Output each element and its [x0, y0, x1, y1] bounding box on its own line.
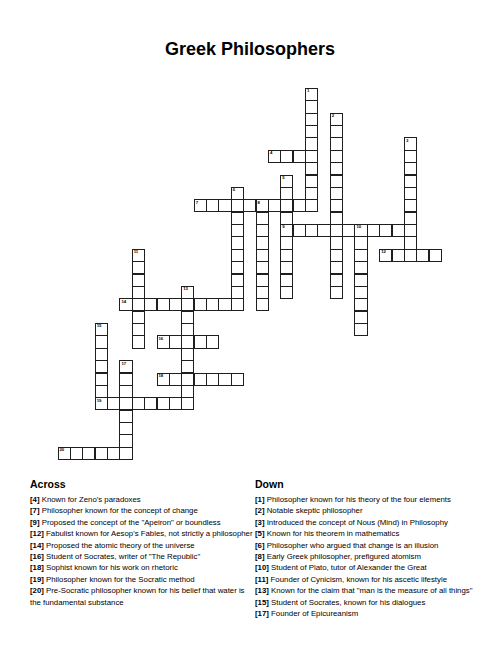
- clue-item: [11] Founder of Cynicism, known for his …: [255, 574, 483, 585]
- cell-number: 3: [406, 139, 408, 143]
- grid-cell[interactable]: [132, 274, 145, 287]
- grid-cell[interactable]: [342, 224, 355, 237]
- cell-number: 1: [307, 89, 309, 93]
- grid-cell[interactable]: [330, 125, 343, 138]
- grid-cell[interactable]: [157, 397, 170, 410]
- grid-cell[interactable]: [305, 162, 318, 175]
- grid-cell[interactable]: [181, 311, 194, 324]
- clue-number: [13]: [255, 586, 269, 595]
- grid-cell[interactable]: [305, 113, 318, 126]
- grid-cell[interactable]: [181, 373, 194, 386]
- grid-cell[interactable]: [305, 187, 318, 200]
- grid-cell[interactable]: 11: [132, 249, 145, 262]
- grid-cell[interactable]: [280, 236, 293, 249]
- grid-cell[interactable]: [280, 199, 293, 212]
- grid-cell[interactable]: [280, 274, 293, 287]
- grid-cell[interactable]: 20: [58, 447, 71, 460]
- grid-cell[interactable]: [330, 137, 343, 150]
- grid-cell[interactable]: [354, 274, 367, 287]
- grid-cell[interactable]: [132, 311, 145, 324]
- cell-number: 7: [196, 201, 198, 205]
- down-clue-list: [1] Philosopher known for his theory of …: [255, 494, 483, 619]
- clue-number: [2]: [255, 506, 265, 515]
- grid-cell[interactable]: 17: [119, 360, 132, 373]
- grid-cell[interactable]: [95, 385, 108, 398]
- grid-cell[interactable]: [95, 447, 108, 460]
- grid-cell[interactable]: [256, 236, 269, 249]
- clue-item: [1] Philosopher known for his theory of …: [255, 494, 483, 505]
- grid-cell[interactable]: [256, 274, 269, 287]
- clue-item: [6] Philosopher who argued that change i…: [255, 540, 483, 551]
- grid-cell[interactable]: [206, 335, 219, 348]
- grid-cell[interactable]: [82, 447, 95, 460]
- grid-cell[interactable]: [119, 385, 132, 398]
- grid-cell[interactable]: [169, 397, 182, 410]
- grid-cell[interactable]: [95, 360, 108, 373]
- grid-cell[interactable]: [231, 224, 244, 237]
- grid-cell[interactable]: [132, 323, 145, 336]
- grid-cell[interactable]: [231, 298, 244, 311]
- grid-cell[interactable]: [392, 249, 405, 262]
- clue-item: [5] Known for his theorem in mathematics: [255, 528, 483, 539]
- grid-cell[interactable]: 2: [330, 113, 343, 126]
- grid-cell[interactable]: 15: [95, 323, 108, 336]
- grid-cell[interactable]: [404, 224, 417, 237]
- clue-item: [9] Proposed the concept of the "Apeiron…: [30, 517, 253, 528]
- grid-cell[interactable]: [132, 335, 145, 348]
- grid-cell[interactable]: [144, 397, 157, 410]
- grid-cell[interactable]: [280, 261, 293, 274]
- grid-cell[interactable]: [157, 298, 170, 311]
- grid-cell[interactable]: [169, 373, 182, 386]
- grid-cell[interactable]: [305, 224, 318, 237]
- cell-number: 17: [121, 362, 125, 366]
- grid-cell[interactable]: [330, 187, 343, 200]
- grid-cell[interactable]: [256, 212, 269, 225]
- grid-cell[interactable]: [256, 261, 269, 274]
- grid-cell[interactable]: [194, 298, 207, 311]
- clue-number: [3]: [255, 518, 265, 527]
- grid-cell[interactable]: [330, 162, 343, 175]
- clue-item: [7] Philosopher known for the concept of…: [30, 505, 253, 516]
- grid-cell[interactable]: 18: [157, 373, 170, 386]
- grid-cell[interactable]: [293, 224, 306, 237]
- grid-cell[interactable]: [305, 175, 318, 188]
- grid-cell[interactable]: [354, 323, 367, 336]
- grid-cell[interactable]: [280, 187, 293, 200]
- grid-cell[interactable]: [305, 100, 318, 113]
- cell-number: 11: [134, 250, 138, 254]
- grid-cell[interactable]: [404, 162, 417, 175]
- grid-cell[interactable]: [218, 199, 231, 212]
- grid-cell[interactable]: [280, 212, 293, 225]
- grid-cell[interactable]: [379, 224, 392, 237]
- clue-item: [3] Introduced the concept of Nous (Mind…: [255, 517, 483, 528]
- grid-cell[interactable]: [119, 373, 132, 386]
- grid-cell[interactable]: [354, 236, 367, 249]
- grid-cell[interactable]: [305, 125, 318, 138]
- grid-cell[interactable]: [404, 150, 417, 163]
- grid-cell[interactable]: [231, 373, 244, 386]
- grid-cell[interactable]: 14: [119, 298, 132, 311]
- grid-cell[interactable]: [330, 224, 343, 237]
- clue-number: [10]: [255, 563, 269, 572]
- grid-cell[interactable]: [354, 249, 367, 262]
- cell-number: 14: [121, 300, 125, 304]
- grid-cell[interactable]: [181, 397, 194, 410]
- clue-number: [20]: [30, 586, 44, 595]
- across-header: Across: [30, 478, 253, 490]
- clue-item: [2] Notable skeptic philosopher: [255, 505, 483, 516]
- grid-cell[interactable]: [305, 199, 318, 212]
- grid-cell[interactable]: [119, 410, 132, 423]
- grid-cell[interactable]: [107, 397, 120, 410]
- grid-cell[interactable]: [354, 298, 367, 311]
- clue-item: [19] Philosopher known for the Socratic …: [30, 574, 253, 585]
- grid-cell[interactable]: [293, 150, 306, 163]
- clue-item: [14] Proposed the atomic theory of the u…: [30, 540, 253, 551]
- grid-cell[interactable]: [231, 286, 244, 299]
- cell-number: 19: [97, 399, 101, 403]
- grid-cell[interactable]: [330, 175, 343, 188]
- cell-number: 15: [97, 324, 101, 328]
- grid-cell[interactable]: [330, 249, 343, 262]
- grid-cell[interactable]: [181, 385, 194, 398]
- grid-cell[interactable]: [95, 335, 108, 348]
- grid-cell[interactable]: [181, 360, 194, 373]
- grid-cell[interactable]: [70, 447, 83, 460]
- grid-cell[interactable]: [404, 236, 417, 249]
- grid-cell[interactable]: [330, 286, 343, 299]
- clue-number: [11]: [255, 575, 268, 584]
- grid-cell[interactable]: 19: [95, 397, 108, 410]
- grid-cell[interactable]: [330, 261, 343, 274]
- grid-cell[interactable]: [181, 298, 194, 311]
- grid-cell[interactable]: [256, 249, 269, 262]
- grid-cell[interactable]: [354, 261, 367, 274]
- clue-number: [1]: [255, 495, 265, 504]
- clue-item: [8] Early Greek philosopher, prefigured …: [255, 551, 483, 562]
- grid-cell[interactable]: [404, 212, 417, 225]
- grid-cell[interactable]: [169, 298, 182, 311]
- down-clues: Down [1] Philosopher known for his theor…: [255, 478, 483, 619]
- clue-number: [5]: [255, 529, 265, 538]
- grid-cell[interactable]: [132, 286, 145, 299]
- clue-item: [10] Student of Plato, tutor of Alexande…: [255, 562, 483, 573]
- clue-number: [7]: [30, 506, 40, 515]
- grid-cell[interactable]: [243, 199, 256, 212]
- cell-number: 6: [233, 188, 235, 192]
- grid-cell[interactable]: [354, 286, 367, 299]
- grid-cell[interactable]: [330, 236, 343, 249]
- grid-cell[interactable]: [181, 348, 194, 361]
- clue-number: [9]: [30, 518, 40, 527]
- grid-cell[interactable]: [404, 199, 417, 212]
- clue-number: [6]: [255, 541, 265, 550]
- grid-cell[interactable]: [132, 397, 145, 410]
- grid-cell[interactable]: 16: [157, 335, 170, 348]
- clue-item: [12] Fabulist known for Aesop's Fables, …: [30, 528, 253, 539]
- clue-number: [15]: [255, 598, 269, 607]
- grid-cell[interactable]: [280, 150, 293, 163]
- grid-cell[interactable]: [218, 298, 231, 311]
- grid-cell[interactable]: [194, 373, 207, 386]
- grid-cell[interactable]: [404, 187, 417, 200]
- grid-cell[interactable]: [119, 397, 132, 410]
- cell-number: 13: [183, 287, 187, 291]
- grid-cell[interactable]: [119, 422, 132, 435]
- grid-cell[interactable]: 3: [404, 137, 417, 150]
- clue-number: [18]: [30, 563, 44, 572]
- clue-item: [18] Sophist known for his work on rheto…: [30, 562, 253, 573]
- down-header: Down: [255, 478, 483, 490]
- grid-cell[interactable]: [256, 298, 269, 311]
- cell-number: 4: [270, 151, 272, 155]
- grid-cell[interactable]: [354, 311, 367, 324]
- clue-number: [8]: [255, 552, 265, 561]
- clue-number: [17]: [255, 609, 269, 618]
- crossword-grid: 1234567891011121314151617181920: [0, 0, 500, 500]
- grid-cell[interactable]: [119, 447, 132, 460]
- grid-cell[interactable]: [119, 434, 132, 447]
- grid-cell[interactable]: [95, 348, 108, 361]
- grid-cell[interactable]: [416, 249, 429, 262]
- grid-cell[interactable]: [330, 199, 343, 212]
- grid-cell[interactable]: [132, 261, 145, 274]
- clue-item: [20] Pre-Socratic philosopher known for …: [30, 585, 253, 608]
- grid-cell[interactable]: [181, 323, 194, 336]
- clue-number: [12]: [30, 529, 44, 538]
- grid-cell[interactable]: [280, 286, 293, 299]
- clue-item: [13] Known for the claim that "man is th…: [255, 585, 483, 596]
- grid-cell[interactable]: [317, 224, 330, 237]
- grid-cell[interactable]: [95, 373, 108, 386]
- grid-cell[interactable]: [231, 212, 244, 225]
- grid-cell[interactable]: [231, 274, 244, 287]
- grid-cell[interactable]: [330, 274, 343, 287]
- grid-cell[interactable]: [256, 224, 269, 237]
- grid-cell[interactable]: [293, 199, 306, 212]
- grid-cell[interactable]: 4: [268, 150, 281, 163]
- grid-cell[interactable]: [181, 335, 194, 348]
- grid-cell[interactable]: [305, 150, 318, 163]
- grid-cell[interactable]: [144, 298, 157, 311]
- grid-cell[interactable]: [206, 298, 219, 311]
- grid-cell[interactable]: [280, 249, 293, 262]
- grid-cell[interactable]: 5: [280, 175, 293, 188]
- clue-number: [14]: [30, 541, 44, 550]
- grid-cell[interactable]: [218, 373, 231, 386]
- clue-item: [17] Founder of Epicureanism: [255, 608, 483, 619]
- cell-number: 20: [60, 448, 64, 452]
- grid-cell[interactable]: [392, 224, 405, 237]
- clue-item: [16] Student of Socrates, writer of "The…: [30, 551, 253, 562]
- cell-number: 12: [381, 250, 385, 254]
- grid-cell[interactable]: [256, 286, 269, 299]
- grid-cell[interactable]: [268, 199, 281, 212]
- grid-cell[interactable]: [404, 249, 417, 262]
- grid-cell[interactable]: [330, 150, 343, 163]
- grid-cell[interactable]: [231, 199, 244, 212]
- grid-cell[interactable]: [404, 175, 417, 188]
- grid-cell[interactable]: 7: [194, 199, 207, 212]
- grid-cell[interactable]: 13: [181, 286, 194, 299]
- cell-number: 10: [356, 225, 360, 229]
- grid-cell[interactable]: [231, 249, 244, 262]
- grid-cell[interactable]: [107, 447, 120, 460]
- cell-number: 8: [258, 201, 260, 205]
- cell-number: 9: [282, 225, 284, 229]
- grid-cell[interactable]: 1: [305, 88, 318, 101]
- grid-cell[interactable]: [330, 212, 343, 225]
- grid-cell[interactable]: [169, 335, 182, 348]
- grid-cell[interactable]: [231, 236, 244, 249]
- grid-cell[interactable]: [305, 137, 318, 150]
- across-clues: Across [4] Known for Zeno's paradoxes[7]…: [30, 478, 253, 608]
- cell-number: 18: [159, 374, 163, 378]
- grid-cell[interactable]: 12: [379, 249, 392, 262]
- cell-number: 5: [282, 176, 284, 180]
- clue-number: [16]: [30, 552, 44, 561]
- cell-number: 2: [332, 114, 334, 118]
- grid-cell[interactable]: [367, 224, 380, 237]
- grid-cell[interactable]: [231, 261, 244, 274]
- grid-cell[interactable]: 9: [280, 224, 293, 237]
- across-clue-list: [4] Known for Zeno's paradoxes[7] Philos…: [30, 494, 253, 608]
- grid-cell[interactable]: 8: [256, 199, 269, 212]
- cell-number: 16: [159, 337, 163, 341]
- clue-number: [19]: [30, 575, 44, 584]
- grid-cell[interactable]: [429, 249, 442, 262]
- grid-cell[interactable]: [206, 199, 219, 212]
- grid-cell[interactable]: [132, 298, 145, 311]
- grid-cell[interactable]: 6: [231, 187, 244, 200]
- clue-number: [4]: [30, 495, 40, 504]
- grid-cell[interactable]: [194, 335, 207, 348]
- grid-cell[interactable]: [206, 373, 219, 386]
- clue-item: [15] Student of Socrates, known for his …: [255, 597, 483, 608]
- grid-cell[interactable]: 10: [354, 224, 367, 237]
- puzzle-page: Greek Philosophers 123456789101112131415…: [0, 0, 500, 647]
- clue-item: [4] Known for Zeno's paradoxes: [30, 494, 253, 505]
